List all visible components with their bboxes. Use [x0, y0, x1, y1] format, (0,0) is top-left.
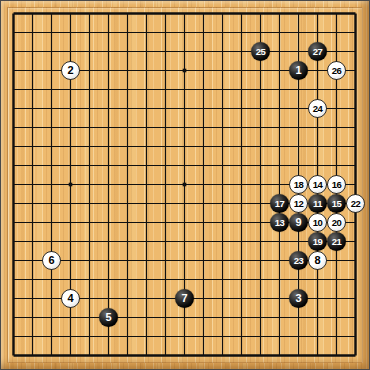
- move-number: 2: [67, 65, 73, 76]
- move-number: 12: [294, 198, 303, 208]
- stone-black-move-27: 27: [308, 42, 327, 61]
- stone-white-move-4: 4: [61, 289, 80, 308]
- stone-white-move-16: 16: [327, 175, 346, 194]
- stone-black-move-1: 1: [289, 61, 308, 80]
- move-number: 26: [332, 65, 341, 75]
- move-number: 7: [181, 293, 187, 304]
- move-number: 14: [313, 179, 322, 189]
- move-number: 22: [351, 198, 360, 208]
- stone-black-move-19: 19: [308, 232, 327, 251]
- stones-layer: 1234567891011121314151617181920212223242…: [4, 4, 365, 365]
- stone-black-move-9: 9: [289, 213, 308, 232]
- move-number: 20: [332, 217, 341, 227]
- move-number: 8: [314, 255, 320, 266]
- move-number: 15: [332, 198, 341, 208]
- stone-black-move-23: 23: [289, 251, 308, 270]
- stone-black-move-7: 7: [175, 289, 194, 308]
- move-number: 5: [105, 312, 111, 323]
- stone-black-move-15: 15: [327, 194, 346, 213]
- move-number: 24: [313, 103, 322, 113]
- move-number: 6: [48, 255, 54, 266]
- move-number: 3: [295, 293, 301, 304]
- move-number: 13: [275, 217, 284, 227]
- move-number: 1: [295, 65, 301, 76]
- stone-white-move-6: 6: [42, 251, 61, 270]
- stone-black-move-25: 25: [251, 42, 270, 61]
- move-number: 9: [295, 217, 301, 228]
- move-number: 11: [313, 198, 322, 208]
- stone-white-move-18: 18: [289, 175, 308, 194]
- stone-white-move-20: 20: [327, 213, 346, 232]
- stone-white-move-2: 2: [61, 61, 80, 80]
- stone-black-move-13: 13: [270, 213, 289, 232]
- stone-white-move-26: 26: [327, 61, 346, 80]
- stone-black-move-11: 11: [308, 194, 327, 213]
- stone-black-move-17: 17: [270, 194, 289, 213]
- move-number: 18: [294, 179, 303, 189]
- stone-black-move-3: 3: [289, 289, 308, 308]
- move-number: 10: [313, 217, 322, 227]
- move-number: 21: [332, 236, 341, 246]
- stone-white-move-24: 24: [308, 99, 327, 118]
- go-board[interactable]: 1234567891011121314151617181920212223242…: [0, 0, 370, 370]
- move-number: 4: [67, 293, 73, 304]
- stone-black-move-21: 21: [327, 232, 346, 251]
- move-number: 27: [313, 46, 322, 56]
- move-number: 23: [294, 255, 303, 265]
- stone-white-move-22: 22: [346, 194, 365, 213]
- move-number: 17: [275, 198, 284, 208]
- stone-white-move-8: 8: [308, 251, 327, 270]
- stone-white-move-10: 10: [308, 213, 327, 232]
- move-number: 16: [332, 179, 341, 189]
- stone-white-move-12: 12: [289, 194, 308, 213]
- stone-black-move-5: 5: [99, 308, 118, 327]
- move-number: 19: [313, 236, 322, 246]
- stone-white-move-14: 14: [308, 175, 327, 194]
- move-number: 25: [256, 46, 265, 56]
